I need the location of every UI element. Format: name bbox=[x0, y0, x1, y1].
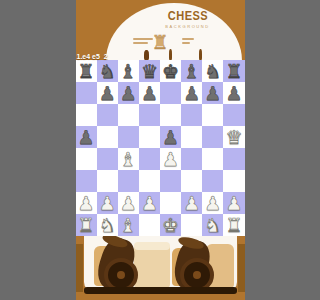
decorative-line bbox=[182, 38, 194, 40]
white-pawn[interactable]: ♟ bbox=[160, 148, 181, 170]
square-d5[interactable] bbox=[139, 126, 160, 148]
square-g4[interactable] bbox=[202, 148, 223, 170]
square-h1[interactable]: ♜ bbox=[223, 214, 244, 236]
square-g8[interactable]: ♞ bbox=[202, 60, 223, 82]
tan-piece-illustration bbox=[134, 242, 170, 250]
decorative-line bbox=[182, 42, 190, 44]
square-a3[interactable] bbox=[76, 170, 97, 192]
square-a6[interactable] bbox=[76, 104, 97, 126]
wheel-hub-icon bbox=[117, 271, 125, 279]
right-frame-bar bbox=[238, 244, 245, 292]
square-h5[interactable]: ♛ bbox=[223, 126, 244, 148]
square-e8[interactable]: ♚ bbox=[160, 60, 181, 82]
black-knight[interactable]: ♞ bbox=[202, 60, 223, 82]
square-c2[interactable]: ♟ bbox=[118, 192, 139, 214]
square-b1[interactable]: ♞ bbox=[97, 214, 118, 236]
white-queen[interactable]: ♛ bbox=[223, 126, 244, 148]
square-d1[interactable] bbox=[139, 214, 160, 236]
square-f1[interactable] bbox=[181, 214, 202, 236]
decorative-line bbox=[133, 42, 148, 44]
square-d4[interactable] bbox=[139, 148, 160, 170]
square-c4[interactable]: ♝ bbox=[118, 148, 139, 170]
square-b6[interactable] bbox=[97, 104, 118, 126]
square-e1[interactable]: ♚ bbox=[160, 214, 181, 236]
square-a1[interactable]: ♜ bbox=[76, 214, 97, 236]
poster-title: CHESS bbox=[140, 9, 236, 23]
poster-rook-icon: ♜ bbox=[152, 33, 169, 52]
white-pawn[interactable]: ♟ bbox=[202, 192, 223, 214]
square-c3[interactable] bbox=[118, 170, 139, 192]
square-a8[interactable]: ♜ bbox=[76, 60, 97, 82]
square-f3[interactable] bbox=[181, 170, 202, 192]
white-king[interactable]: ♚ bbox=[160, 214, 181, 236]
black-pawn[interactable]: ♟ bbox=[181, 82, 202, 104]
square-d2[interactable]: ♟ bbox=[139, 192, 160, 214]
app-canvas: CHESS BACKGROUND ♜ 1.e4 e5 2 ♜♞♝♛♚♝♞♜♟♟♟… bbox=[76, 0, 245, 300]
square-c8[interactable]: ♝ bbox=[118, 60, 139, 82]
square-e3[interactable] bbox=[160, 170, 181, 192]
square-d8[interactable]: ♛ bbox=[139, 60, 160, 82]
square-g6[interactable] bbox=[202, 104, 223, 126]
decorative-line bbox=[133, 38, 153, 40]
white-pawn[interactable]: ♟ bbox=[118, 192, 139, 214]
square-g3[interactable] bbox=[202, 170, 223, 192]
square-c6[interactable] bbox=[118, 104, 139, 126]
black-bishop[interactable]: ♝ bbox=[118, 60, 139, 82]
square-h7[interactable]: ♟ bbox=[223, 82, 244, 104]
square-g7[interactable]: ♟ bbox=[202, 82, 223, 104]
black-pawn[interactable]: ♟ bbox=[97, 82, 118, 104]
square-a4[interactable] bbox=[76, 148, 97, 170]
white-rook[interactable]: ♜ bbox=[76, 214, 97, 236]
square-b4[interactable] bbox=[97, 148, 118, 170]
square-b5[interactable] bbox=[97, 126, 118, 148]
square-g5[interactable] bbox=[202, 126, 223, 148]
square-b3[interactable] bbox=[97, 170, 118, 192]
square-a7[interactable] bbox=[76, 82, 97, 104]
white-knight[interactable]: ♞ bbox=[202, 214, 223, 236]
square-g2[interactable]: ♟ bbox=[202, 192, 223, 214]
black-bishop[interactable]: ♝ bbox=[181, 60, 202, 82]
white-pawn[interactable]: ♟ bbox=[139, 192, 160, 214]
black-pawn[interactable]: ♟ bbox=[76, 126, 97, 148]
square-d7[interactable]: ♟ bbox=[139, 82, 160, 104]
black-pawn[interactable]: ♟ bbox=[202, 82, 223, 104]
square-b2[interactable]: ♟ bbox=[97, 192, 118, 214]
black-king[interactable]: ♚ bbox=[160, 60, 181, 82]
move-list: 1.e4 e5 2 bbox=[77, 53, 108, 60]
square-e7[interactable] bbox=[160, 82, 181, 104]
square-b8[interactable]: ♞ bbox=[97, 60, 118, 82]
left-frame-bar bbox=[76, 244, 83, 292]
white-pawn[interactable]: ♟ bbox=[181, 192, 202, 214]
black-pawn[interactable]: ♟ bbox=[139, 82, 160, 104]
square-f5[interactable] bbox=[181, 126, 202, 148]
mini-piece-icon bbox=[169, 49, 172, 60]
mini-pawn-icon bbox=[144, 50, 149, 60]
white-pawn[interactable]: ♟ bbox=[97, 192, 118, 214]
square-h6[interactable] bbox=[223, 104, 244, 126]
square-f6[interactable] bbox=[181, 104, 202, 126]
poster-subtitle: BACKGROUND bbox=[136, 24, 240, 29]
square-a5[interactable]: ♟ bbox=[76, 126, 97, 148]
square-b7[interactable]: ♟ bbox=[97, 82, 118, 104]
square-e4[interactable]: ♟ bbox=[160, 148, 181, 170]
black-rook[interactable]: ♜ bbox=[223, 60, 244, 82]
square-d6[interactable] bbox=[139, 104, 160, 126]
square-g1[interactable]: ♞ bbox=[202, 214, 223, 236]
square-c5[interactable] bbox=[118, 126, 139, 148]
square-a2[interactable]: ♟ bbox=[76, 192, 97, 214]
black-rook[interactable]: ♜ bbox=[76, 60, 97, 82]
square-h4[interactable] bbox=[223, 148, 244, 170]
square-e6[interactable] bbox=[160, 104, 181, 126]
white-pawn[interactable]: ♟ bbox=[76, 192, 97, 214]
black-knight[interactable]: ♞ bbox=[97, 60, 118, 82]
cannon-scene bbox=[76, 236, 245, 300]
white-rook[interactable]: ♜ bbox=[223, 214, 244, 236]
square-c7[interactable]: ♟ bbox=[118, 82, 139, 104]
square-c1[interactable]: ♝ bbox=[118, 214, 139, 236]
black-pawn[interactable]: ♟ bbox=[118, 82, 139, 104]
ground-bar bbox=[84, 287, 237, 294]
chess-board: ♜♞♝♛♚♝♞♜♟♟♟♟♟♟♟♟♛♝♟♟♟♟♟♟♟♟♜♞♝♚♞♜ bbox=[76, 60, 245, 236]
square-f8[interactable]: ♝ bbox=[181, 60, 202, 82]
black-pawn[interactable]: ♟ bbox=[223, 82, 244, 104]
square-e5[interactable]: ♟ bbox=[160, 126, 181, 148]
white-pawn[interactable]: ♟ bbox=[223, 192, 244, 214]
black-queen[interactable]: ♛ bbox=[139, 60, 160, 82]
wheel-hub-icon bbox=[193, 271, 201, 279]
square-h3[interactable] bbox=[223, 170, 244, 192]
square-f2[interactable]: ♟ bbox=[181, 192, 202, 214]
mini-piece-icon bbox=[199, 49, 202, 60]
square-d3[interactable] bbox=[139, 170, 160, 192]
square-e2[interactable] bbox=[160, 192, 181, 214]
square-f4[interactable] bbox=[181, 148, 202, 170]
black-pawn[interactable]: ♟ bbox=[160, 126, 181, 148]
white-knight[interactable]: ♞ bbox=[97, 214, 118, 236]
white-bishop[interactable]: ♝ bbox=[118, 214, 139, 236]
square-h2[interactable]: ♟ bbox=[223, 192, 244, 214]
square-f7[interactable]: ♟ bbox=[181, 82, 202, 104]
white-bishop[interactable]: ♝ bbox=[118, 148, 139, 170]
square-h8[interactable]: ♜ bbox=[223, 60, 244, 82]
